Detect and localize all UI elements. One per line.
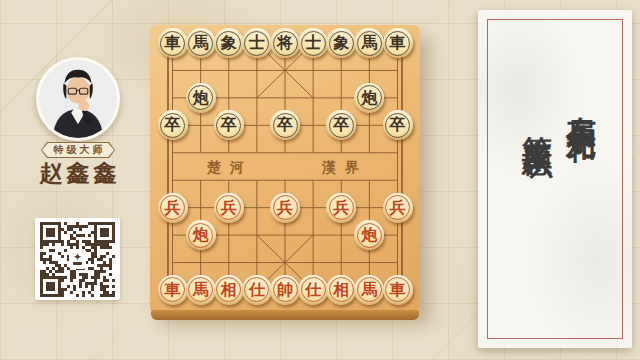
title-column-left: 策应意识 [520,112,554,128]
title-column-right: 布局争先和 [564,92,598,128]
grandmaster-badge-label: 特级大师 [42,143,114,157]
piece-black-p[interactable]: 卒 [214,110,244,140]
piece-black-p[interactable]: 卒 [383,110,413,140]
piece-red-A[interactable]: 仕 [242,275,272,305]
episode-title: 布局争先和 策应意识 [510,92,608,128]
piece-red-C[interactable]: 炮 [186,220,216,250]
player-name: 赵鑫鑫 [0,158,156,189]
piece-red-P[interactable]: 兵 [326,193,356,223]
title-card: 布局争先和 策应意识 [478,10,632,348]
avatar-portrait [39,60,117,138]
piece-black-r[interactable]: 車 [383,28,413,58]
river-label-right: 漢界 [322,159,368,177]
piece-red-K[interactable]: 帥 [270,275,300,305]
piece-red-N[interactable]: 馬 [186,275,216,305]
piece-black-a[interactable]: 士 [298,28,328,58]
piece-black-n[interactable]: 馬 [186,28,216,58]
avatar [36,57,120,141]
piece-red-P[interactable]: 兵 [214,193,244,223]
river-label-left: 楚河 [207,159,253,177]
piece-red-R[interactable]: 車 [158,275,188,305]
piece-black-b[interactable]: 象 [214,28,244,58]
stage: 特级大师 赵鑫鑫 ✦ 楚河 漢界 車馬象士将士象馬車炮炮卒卒卒卒卒兵兵兵兵兵炮炮… [0,0,640,360]
piece-black-p[interactable]: 卒 [158,110,188,140]
piece-black-a[interactable]: 士 [242,28,272,58]
board-grid [150,25,420,313]
presenter-panel: 特级大师 赵鑫鑫 ✦ [0,0,150,360]
piece-black-r[interactable]: 車 [158,28,188,58]
piece-red-P[interactable]: 兵 [158,193,188,223]
qr-code: ✦ [35,218,120,300]
qr-logo: ✦ [69,249,86,269]
grandmaster-badge: 特级大师 [41,142,115,158]
piece-red-P[interactable]: 兵 [383,193,413,223]
xiangqi-board[interactable]: 楚河 漢界 車馬象士将士象馬車炮炮卒卒卒卒卒兵兵兵兵兵炮炮車馬相仕帥仕相馬車 [150,25,420,313]
piece-red-R[interactable]: 車 [383,275,413,305]
piece-black-k[interactable]: 将 [270,28,300,58]
piece-red-B[interactable]: 相 [214,275,244,305]
piece-red-P[interactable]: 兵 [270,193,300,223]
piece-red-A[interactable]: 仕 [298,275,328,305]
title-card-border [487,19,623,339]
piece-black-c[interactable]: 炮 [186,83,216,113]
